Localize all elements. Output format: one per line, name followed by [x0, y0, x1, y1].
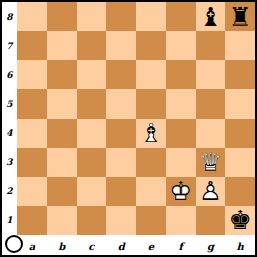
square-h4[interactable] [225, 119, 255, 148]
piece-white-king[interactable]: ♚♔ [166, 177, 196, 206]
file-labels: abcdefgh [17, 235, 255, 255]
square-d4[interactable] [106, 119, 136, 148]
square-c4[interactable] [77, 119, 107, 148]
file-label-d: d [106, 235, 136, 255]
square-d6[interactable] [106, 60, 136, 89]
bottom-left-corner [2, 235, 17, 255]
piece-white-queen[interactable]: ♛♕ [196, 148, 226, 177]
piece-black-king[interactable]: ♚ [225, 206, 255, 235]
rank-label-2: 2 [2, 177, 17, 206]
square-g1[interactable] [196, 206, 226, 235]
square-h7[interactable] [225, 31, 255, 60]
file-label-f: f [166, 235, 196, 255]
file-label-e: e [136, 235, 166, 255]
square-a6[interactable] [17, 60, 47, 89]
square-g5[interactable] [196, 89, 226, 118]
square-f4[interactable] [166, 119, 196, 148]
rank-labels: 87654321 [2, 2, 17, 235]
square-g8[interactable]: ♝ [196, 2, 226, 31]
square-f3[interactable] [166, 148, 196, 177]
square-e8[interactable] [136, 2, 166, 31]
square-f8[interactable] [166, 2, 196, 31]
square-f2[interactable]: ♚♔ [166, 177, 196, 206]
square-b6[interactable] [47, 60, 77, 89]
rank-label-3: 3 [2, 148, 17, 177]
white-queen-outline: ♕ [196, 148, 226, 177]
rank-label-5: 5 [2, 89, 17, 118]
white-king-outline: ♔ [166, 177, 196, 206]
square-a8[interactable] [17, 2, 47, 31]
rank-label-1: 1 [2, 206, 17, 235]
square-d3[interactable] [106, 148, 136, 177]
square-d1[interactable] [106, 206, 136, 235]
square-c2[interactable] [77, 177, 107, 206]
square-h5[interactable] [225, 89, 255, 118]
square-g4[interactable] [196, 119, 226, 148]
square-h8[interactable]: ♜ [225, 2, 255, 31]
square-b3[interactable] [47, 148, 77, 177]
black-king-glyph: ♚ [225, 206, 255, 235]
square-b4[interactable] [47, 119, 77, 148]
square-a3[interactable] [17, 148, 47, 177]
black-bishop-glyph: ♝ [196, 2, 226, 31]
square-g2[interactable]: ♟♙ [196, 177, 226, 206]
rank-label-7: 7 [2, 31, 17, 60]
white-bishop-outline: ♗ [136, 119, 166, 148]
square-a5[interactable] [17, 89, 47, 118]
square-e1[interactable] [136, 206, 166, 235]
square-d7[interactable] [106, 31, 136, 60]
square-b1[interactable] [47, 206, 77, 235]
file-label-b: b [47, 235, 77, 255]
square-g3[interactable]: ♛♕ [196, 148, 226, 177]
square-e4[interactable]: ♝♗ [136, 119, 166, 148]
square-c7[interactable] [77, 31, 107, 60]
piece-white-pawn[interactable]: ♟♙ [196, 177, 226, 206]
square-f7[interactable] [166, 31, 196, 60]
square-h1[interactable]: ♚ [225, 206, 255, 235]
square-b7[interactable] [47, 31, 77, 60]
square-h6[interactable] [225, 60, 255, 89]
square-d2[interactable] [106, 177, 136, 206]
rank-label-4: 4 [2, 119, 17, 148]
square-g7[interactable] [196, 31, 226, 60]
square-b2[interactable] [47, 177, 77, 206]
square-d5[interactable] [106, 89, 136, 118]
square-e3[interactable] [136, 148, 166, 177]
square-c8[interactable] [77, 2, 107, 31]
file-label-h: h [225, 235, 255, 255]
square-a2[interactable] [17, 177, 47, 206]
square-g6[interactable] [196, 60, 226, 89]
square-f6[interactable] [166, 60, 196, 89]
square-h2[interactable] [225, 177, 255, 206]
square-a4[interactable] [17, 119, 47, 148]
square-h3[interactable] [225, 148, 255, 177]
rank-label-6: 6 [2, 60, 17, 89]
square-e2[interactable] [136, 177, 166, 206]
square-e6[interactable] [136, 60, 166, 89]
piece-black-rook[interactable]: ♜ [225, 2, 255, 31]
piece-white-bishop[interactable]: ♝♗ [136, 119, 166, 148]
chess-board: ♝♜♝♗♛♕♚♔♟♙♚ [17, 2, 255, 235]
square-c6[interactable] [77, 60, 107, 89]
square-c5[interactable] [77, 89, 107, 118]
rank-label-8: 8 [2, 2, 17, 31]
square-f5[interactable] [166, 89, 196, 118]
square-a7[interactable] [17, 31, 47, 60]
black-rook-glyph: ♜ [225, 2, 255, 31]
square-e5[interactable] [136, 89, 166, 118]
square-a1[interactable] [17, 206, 47, 235]
file-label-c: c [77, 235, 107, 255]
square-f1[interactable] [166, 206, 196, 235]
square-b5[interactable] [47, 89, 77, 118]
file-label-a: a [17, 235, 47, 255]
piece-black-bishop[interactable]: ♝ [196, 2, 226, 31]
chess-diagram: 87654321 ♝♜♝♗♛♕♚♔♟♙♚ abcdefgh [0, 0, 257, 257]
square-e7[interactable] [136, 31, 166, 60]
white-pawn-outline: ♙ [196, 177, 226, 206]
file-label-g: g [196, 235, 226, 255]
square-c1[interactable] [77, 206, 107, 235]
square-d8[interactable] [106, 2, 136, 31]
square-c3[interactable] [77, 148, 107, 177]
square-b8[interactable] [47, 2, 77, 31]
